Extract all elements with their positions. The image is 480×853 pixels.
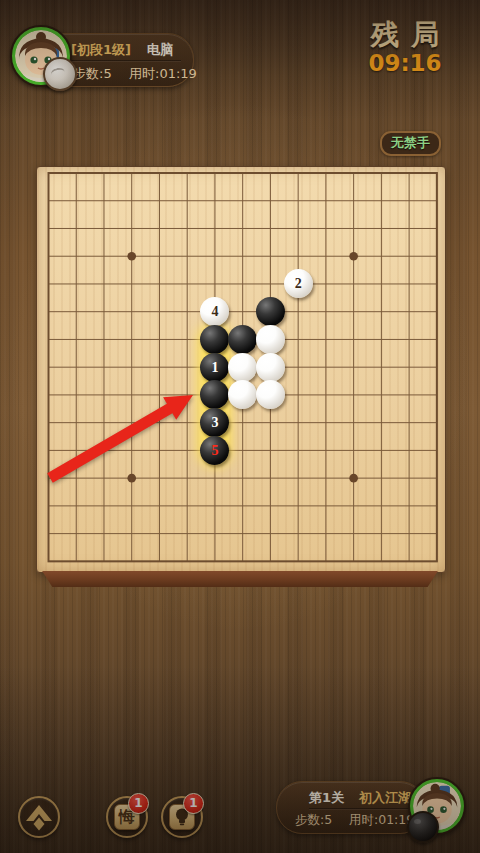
undo-button[interactable]: 悔 1 [106, 796, 148, 838]
countdown-timer: 09:16 [340, 50, 470, 76]
rule-badge: 无禁手 [380, 131, 441, 156]
move-arrow [0, 0, 480, 853]
mode-title: 残局 [340, 16, 470, 54]
hint-badge: 1 [183, 793, 204, 814]
hint-button[interactable]: 1 [161, 796, 203, 838]
chevron-up-icon [20, 798, 58, 836]
white-stone-icon [43, 57, 77, 91]
undo-badge: 1 [128, 793, 149, 814]
collapse-button[interactable] [18, 796, 60, 838]
black-stone-icon [407, 811, 439, 843]
